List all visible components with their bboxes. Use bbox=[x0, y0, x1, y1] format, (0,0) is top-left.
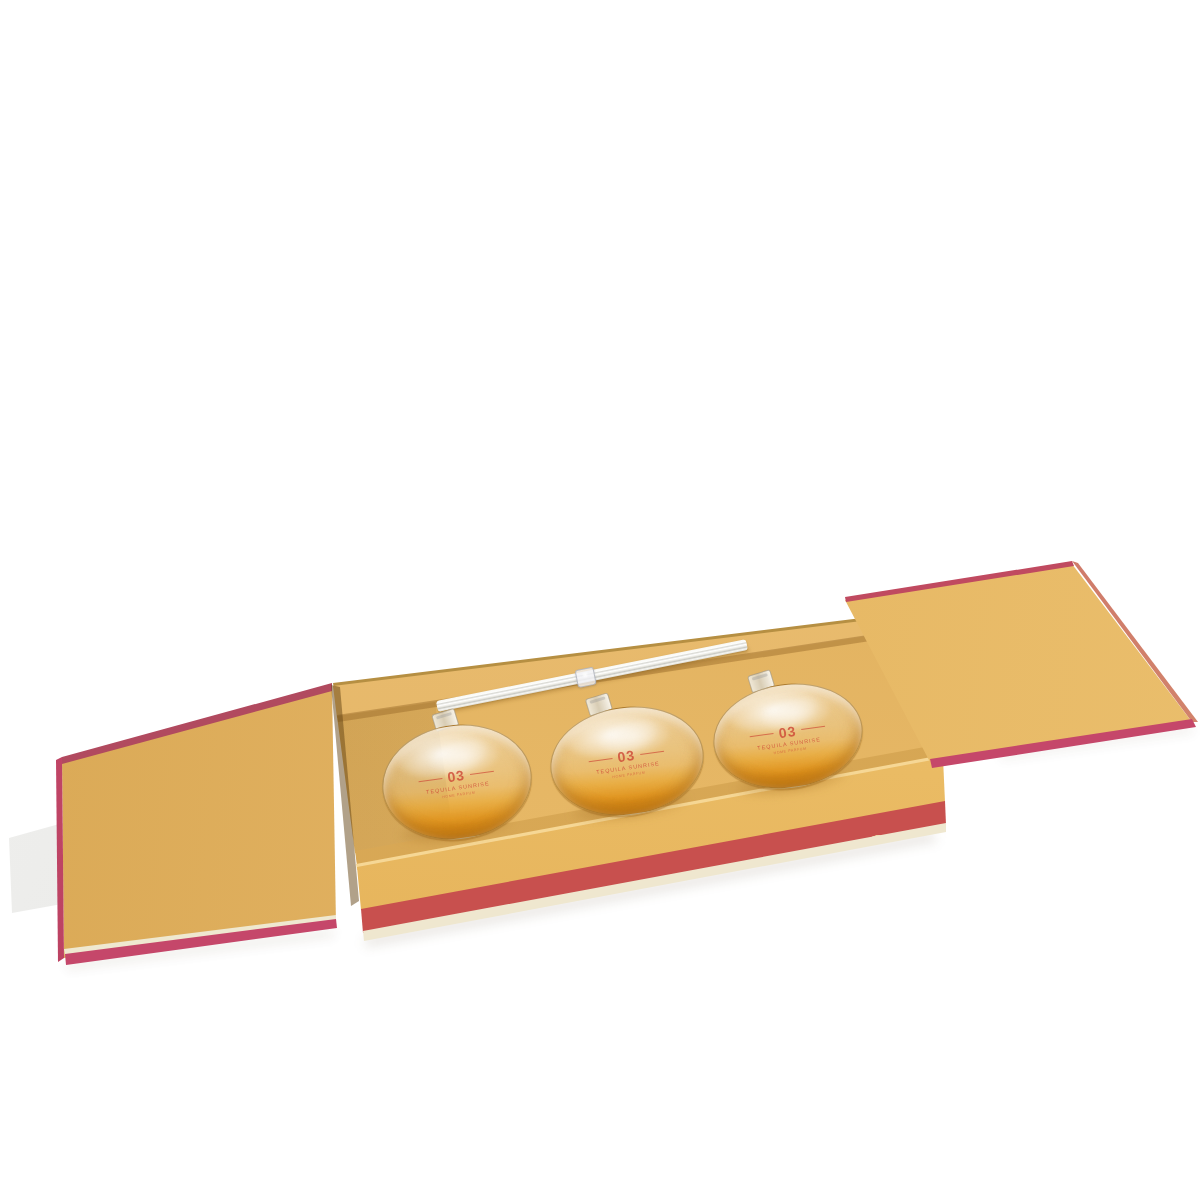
label-rule bbox=[589, 758, 613, 762]
bottle-number-text: 03 bbox=[617, 748, 636, 764]
right-flap-inner-surface bbox=[0, 0, 1200, 1200]
diffuser-bottle-middle: 03 TEQUILA SUNRISE HOME PARFUM bbox=[543, 697, 711, 825]
label-rule bbox=[750, 733, 774, 737]
bottle-number-text: 03 bbox=[447, 768, 466, 784]
bottle-number-text: 03 bbox=[778, 723, 797, 739]
diffuser-bottle-left: 03 TEQUILA SUNRISE HOME PARFUM bbox=[375, 715, 539, 849]
label-rule bbox=[640, 750, 664, 754]
diffuser-bottle-right: 03 TEQUILA SUNRISE HOME PARFUM bbox=[706, 674, 869, 798]
label-rule bbox=[801, 726, 825, 730]
label-rule bbox=[470, 771, 494, 775]
reed-wrap-band bbox=[575, 667, 597, 688]
product-photo-scene: 03 TEQUILA SUNRISE HOME PARFUM 03 TEQUIL… bbox=[0, 0, 1200, 1200]
label-rule bbox=[419, 778, 443, 782]
